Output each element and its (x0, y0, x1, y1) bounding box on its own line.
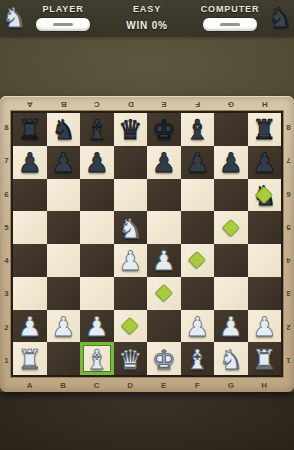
square-h4[interactable] (248, 244, 282, 277)
square-e4[interactable]: ♟ (147, 244, 181, 277)
square-d4[interactable]: ♟ (114, 244, 148, 277)
square-g7[interactable]: ♟ (214, 146, 248, 179)
rank-labels-right: 87654321 (283, 111, 294, 377)
square-f8[interactable]: ♝ (181, 113, 215, 146)
lower-background (0, 392, 294, 450)
square-a7[interactable]: ♟ (13, 146, 47, 179)
white-rook-h1[interactable]: ♜ (252, 345, 276, 373)
square-c2[interactable]: ♟ (80, 310, 114, 343)
square-h6[interactable]: ♞ (248, 179, 282, 212)
square-g2[interactable]: ♟ (214, 310, 248, 343)
black-king-e8[interactable]: ♚ (152, 115, 176, 143)
white-pawn-d4[interactable]: ♟ (118, 246, 142, 274)
white-pawn-h2[interactable]: ♟ (252, 312, 276, 340)
difficulty-label[interactable]: EASY (97, 4, 197, 14)
rank-label-right-1: 1 (283, 344, 294, 377)
square-f1[interactable]: ♝ (181, 342, 215, 375)
square-g1[interactable]: ♞ (214, 342, 248, 375)
square-b8[interactable]: ♞ (47, 113, 81, 146)
black-pawn-f7[interactable]: ♟ (185, 148, 209, 176)
square-e6[interactable] (147, 179, 181, 212)
rank-label-right-5: 5 (283, 211, 294, 244)
white-pawn-a2[interactable]: ♟ (18, 312, 42, 340)
square-f3[interactable] (181, 277, 215, 310)
file-label-bottom-e: E (147, 379, 181, 392)
square-f6[interactable] (181, 179, 215, 212)
move-hint-diamond-f4[interactable] (188, 251, 206, 269)
square-e5[interactable] (147, 211, 181, 244)
white-pawn-b2[interactable]: ♟ (51, 312, 75, 340)
computer-captured-tray[interactable] (202, 17, 258, 32)
square-a8[interactable]: ♜ (13, 113, 47, 146)
chess-app: ♞ PLAYER EASY WIN 0% COMPUTER ♞ ABCDEFGH… (0, 0, 294, 450)
white-rook-a1[interactable]: ♜ (18, 345, 42, 373)
square-b6[interactable] (47, 179, 81, 212)
square-a1[interactable]: ♜ (13, 342, 47, 375)
player-label: PLAYER (30, 4, 96, 14)
white-pawn-c2[interactable]: ♟ (85, 312, 109, 340)
square-b2[interactable]: ♟ (47, 310, 81, 343)
black-knight-icon: ♞ (268, 2, 292, 34)
square-h8[interactable]: ♜ (248, 113, 282, 146)
upper-background (0, 36, 294, 96)
black-pawn-a7[interactable]: ♟ (18, 148, 42, 176)
square-c3[interactable] (80, 277, 114, 310)
square-h7[interactable]: ♟ (248, 146, 282, 179)
rank-label-right-7: 7 (283, 144, 294, 177)
square-e8[interactable]: ♚ (147, 113, 181, 146)
square-d6[interactable] (114, 179, 148, 212)
square-a5[interactable] (13, 211, 47, 244)
tray-dash (53, 23, 73, 26)
board-frame: ABCDEFGH 87654321 87654321 ABCDEFGH ♜♞♝♛… (0, 96, 294, 392)
square-b3[interactable] (47, 277, 81, 310)
square-f7[interactable]: ♟ (181, 146, 215, 179)
square-g8[interactable] (214, 113, 248, 146)
file-label-bottom-c: C (80, 379, 114, 392)
square-c6[interactable] (80, 179, 114, 212)
square-h3[interactable] (248, 277, 282, 310)
file-label-bottom-b: B (47, 379, 81, 392)
square-h5[interactable] (248, 211, 282, 244)
square-g4[interactable] (214, 244, 248, 277)
square-e1[interactable]: ♚ (147, 342, 181, 375)
black-bishop-f8[interactable]: ♝ (185, 115, 209, 143)
square-c1[interactable]: ♝ (80, 342, 114, 375)
white-knight-icon: ♞ (2, 2, 26, 34)
black-pawn-g7[interactable]: ♟ (219, 148, 243, 176)
square-g3[interactable] (214, 277, 248, 310)
square-f2[interactable]: ♟ (181, 310, 215, 343)
white-queen-d1[interactable]: ♛ (118, 345, 142, 373)
square-d2[interactable] (114, 310, 148, 343)
square-a2[interactable]: ♟ (13, 310, 47, 343)
square-b1[interactable] (47, 342, 81, 375)
square-d8[interactable]: ♛ (114, 113, 148, 146)
square-d3[interactable] (114, 277, 148, 310)
square-a6[interactable] (13, 179, 47, 212)
square-f5[interactable] (181, 211, 215, 244)
black-rook-h8[interactable]: ♜ (252, 115, 276, 143)
white-pawn-e4[interactable]: ♟ (152, 246, 176, 274)
file-label-top-b: B (47, 98, 81, 111)
black-pawn-c7[interactable]: ♟ (85, 148, 109, 176)
game-status-panel: EASY WIN 0% (97, 4, 197, 31)
player-panel: PLAYER (30, 4, 96, 32)
computer-panel: COMPUTER (196, 4, 264, 32)
file-label-top-c: C (80, 98, 114, 111)
square-b4[interactable] (47, 244, 81, 277)
file-label-bottom-h: H (248, 379, 282, 392)
win-percentage: WIN 0% (97, 20, 197, 31)
square-e3[interactable] (147, 277, 181, 310)
white-bishop-f1[interactable]: ♝ (185, 345, 209, 373)
white-king-e1[interactable]: ♚ (152, 345, 176, 373)
square-a3[interactable] (13, 277, 47, 310)
computer-label: COMPUTER (196, 4, 264, 14)
rank-label-right-2: 2 (283, 311, 294, 344)
black-bishop-c8[interactable]: ♝ (85, 115, 109, 143)
file-label-bottom-d: D (114, 379, 148, 392)
file-label-bottom-f: F (181, 379, 215, 392)
move-hint-diamond-e3[interactable] (155, 284, 173, 302)
square-d1[interactable]: ♛ (114, 342, 148, 375)
square-e2[interactable] (147, 310, 181, 343)
file-labels-top: ABCDEFGH (13, 98, 281, 111)
black-pawn-h7[interactable]: ♟ (252, 148, 276, 176)
square-c8[interactable]: ♝ (80, 113, 114, 146)
black-pawn-e7[interactable]: ♟ (152, 148, 176, 176)
square-e7[interactable]: ♟ (147, 146, 181, 179)
file-label-top-f: F (181, 98, 215, 111)
black-pawn-b7[interactable]: ♟ (51, 148, 75, 176)
square-g6[interactable] (214, 179, 248, 212)
square-d5[interactable]: ♞ (114, 211, 148, 244)
square-b7[interactable]: ♟ (47, 146, 81, 179)
move-hint-diamond-d2[interactable] (121, 317, 139, 335)
square-f4[interactable] (181, 244, 215, 277)
file-label-top-g: G (214, 98, 248, 111)
square-c5[interactable] (80, 211, 114, 244)
black-queen-d8[interactable]: ♛ (118, 115, 142, 143)
square-h2[interactable]: ♟ (248, 310, 282, 343)
move-hint-diamond-g5[interactable] (222, 218, 240, 236)
rank-label-right-4: 4 (283, 244, 294, 277)
file-label-top-h: H (248, 98, 282, 111)
square-c4[interactable] (80, 244, 114, 277)
white-pawn-g2[interactable]: ♟ (219, 312, 243, 340)
white-pawn-f2[interactable]: ♟ (185, 312, 209, 340)
file-label-top-a: A (13, 98, 47, 111)
rank-label-right-8: 8 (283, 111, 294, 144)
file-label-top-d: D (114, 98, 148, 111)
square-d7[interactable] (114, 146, 148, 179)
rank-label-right-3: 3 (283, 277, 294, 310)
square-h1[interactable]: ♜ (248, 342, 282, 375)
square-c7[interactable]: ♟ (80, 146, 114, 179)
rank-label-right-6: 6 (283, 178, 294, 211)
player-captured-tray[interactable] (35, 17, 91, 32)
white-knight-g1[interactable]: ♞ (219, 345, 243, 373)
file-labels-bottom: ABCDEFGH (13, 379, 281, 392)
black-rook-a8[interactable]: ♜ (18, 115, 42, 143)
tray-dash (220, 23, 240, 26)
file-label-bottom-g: G (214, 379, 248, 392)
black-knight-b8[interactable]: ♞ (51, 115, 75, 143)
file-label-bottom-a: A (13, 379, 47, 392)
white-bishop-c1[interactable]: ♝ (85, 345, 109, 373)
header-bar: ♞ PLAYER EASY WIN 0% COMPUTER ♞ (0, 0, 294, 36)
square-a4[interactable] (13, 244, 47, 277)
white-knight-d5[interactable]: ♞ (118, 214, 142, 242)
square-g5[interactable] (214, 211, 248, 244)
file-label-top-e: E (147, 98, 181, 111)
chess-board[interactable]: ♜♞♝♛♚♝♜♟♟♟♟♟♟♟♞♞♟♟♟♟♟♟♟♟♜♝♛♚♝♞♜ (11, 111, 283, 377)
square-b5[interactable] (47, 211, 81, 244)
